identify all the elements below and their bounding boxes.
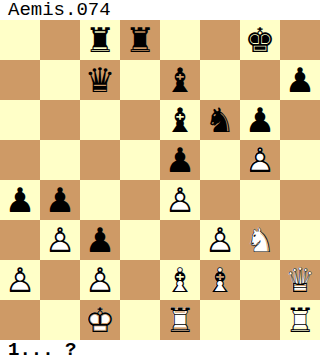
black-pawn: ♟ <box>240 100 280 140</box>
black-queen: ♛ <box>80 60 120 100</box>
square-b3[interactable]: ♟♙ <box>40 220 80 260</box>
white-king: ♚ <box>80 300 120 340</box>
square-h6[interactable] <box>280 100 320 140</box>
black-bishop: ♝ <box>160 100 200 140</box>
puzzle-title: Aemis.074 <box>8 1 111 20</box>
square-f1[interactable] <box>200 300 240 340</box>
black-rook: ♜ <box>120 20 160 60</box>
square-e4[interactable]: ♟♙ <box>160 180 200 220</box>
square-d5[interactable] <box>120 140 160 180</box>
square-h7[interactable]: ♟ <box>280 60 320 100</box>
white-bishop: ♝ <box>200 260 240 300</box>
white-queen: ♕ <box>280 260 320 300</box>
square-c5[interactable] <box>80 140 120 180</box>
square-e1[interactable]: ♜♖ <box>160 300 200 340</box>
square-g8[interactable]: ♚ <box>240 20 280 60</box>
black-rook: ♜ <box>80 20 120 60</box>
black-knight: ♞ <box>200 100 240 140</box>
black-bishop: ♝ <box>160 60 200 100</box>
square-h8[interactable] <box>280 20 320 60</box>
chess-board: ♜♜♚♛♝♟♝♞♟♟♟♙♟♟♟♙♟♙♟♟♙♞♘♟♙♟♙♝♗♝♗♛♕♚♔♜♖♜♖ <box>0 20 320 340</box>
white-knight: ♘ <box>240 220 280 260</box>
square-h3[interactable] <box>280 220 320 260</box>
square-h1[interactable]: ♜♖ <box>280 300 320 340</box>
square-e6[interactable]: ♝ <box>160 100 200 140</box>
square-g2[interactable] <box>240 260 280 300</box>
square-e3[interactable] <box>160 220 200 260</box>
white-pawn: ♙ <box>160 180 200 220</box>
square-e8[interactable] <box>160 20 200 60</box>
square-h4[interactable] <box>280 180 320 220</box>
square-f7[interactable] <box>200 60 240 100</box>
square-e2[interactable]: ♝♗ <box>160 260 200 300</box>
square-e5[interactable]: ♟ <box>160 140 200 180</box>
square-g1[interactable] <box>240 300 280 340</box>
white-pawn: ♙ <box>0 260 40 300</box>
square-b4[interactable]: ♟ <box>40 180 80 220</box>
square-d7[interactable] <box>120 60 160 100</box>
white-pawn: ♟ <box>240 140 280 180</box>
black-pawn: ♟ <box>80 220 120 260</box>
black-pawn: ♟ <box>160 140 200 180</box>
white-rook: ♖ <box>280 300 320 340</box>
white-pawn: ♟ <box>80 260 120 300</box>
move-prompt: 1... ? <box>8 340 76 360</box>
white-pawn: ♟ <box>40 220 80 260</box>
white-bishop: ♗ <box>160 260 200 300</box>
square-a4[interactable]: ♟ <box>0 180 40 220</box>
white-pawn: ♙ <box>80 260 120 300</box>
square-d2[interactable] <box>120 260 160 300</box>
square-c1[interactable]: ♚♔ <box>80 300 120 340</box>
square-a6[interactable] <box>0 100 40 140</box>
white-rook: ♖ <box>160 300 200 340</box>
white-queen: ♛ <box>280 260 320 300</box>
square-d3[interactable] <box>120 220 160 260</box>
square-e7[interactable]: ♝ <box>160 60 200 100</box>
square-a5[interactable] <box>0 140 40 180</box>
square-b1[interactable] <box>40 300 80 340</box>
black-pawn: ♟ <box>280 60 320 100</box>
square-d6[interactable] <box>120 100 160 140</box>
square-d1[interactable] <box>120 300 160 340</box>
square-c7[interactable]: ♛ <box>80 60 120 100</box>
square-a7[interactable] <box>0 60 40 100</box>
white-pawn: ♟ <box>160 180 200 220</box>
square-g7[interactable] <box>240 60 280 100</box>
white-bishop: ♗ <box>200 260 240 300</box>
white-rook: ♜ <box>280 300 320 340</box>
square-d4[interactable] <box>120 180 160 220</box>
square-a3[interactable] <box>0 220 40 260</box>
square-c6[interactable] <box>80 100 120 140</box>
square-h2[interactable]: ♛♕ <box>280 260 320 300</box>
white-king: ♔ <box>80 300 120 340</box>
square-h5[interactable] <box>280 140 320 180</box>
square-f3[interactable]: ♟♙ <box>200 220 240 260</box>
square-b6[interactable] <box>40 100 80 140</box>
square-g6[interactable]: ♟ <box>240 100 280 140</box>
square-c4[interactable] <box>80 180 120 220</box>
square-b7[interactable] <box>40 60 80 100</box>
square-b2[interactable] <box>40 260 80 300</box>
white-knight: ♞ <box>240 220 280 260</box>
square-f5[interactable] <box>200 140 240 180</box>
square-g4[interactable] <box>240 180 280 220</box>
square-b8[interactable] <box>40 20 80 60</box>
square-g3[interactable]: ♞♘ <box>240 220 280 260</box>
white-pawn: ♟ <box>0 260 40 300</box>
square-b5[interactable] <box>40 140 80 180</box>
square-a8[interactable] <box>0 20 40 60</box>
white-pawn: ♙ <box>240 140 280 180</box>
square-f8[interactable] <box>200 20 240 60</box>
white-bishop: ♝ <box>160 260 200 300</box>
square-c8[interactable]: ♜ <box>80 20 120 60</box>
square-f2[interactable]: ♝♗ <box>200 260 240 300</box>
square-c3[interactable]: ♟ <box>80 220 120 260</box>
white-pawn: ♟ <box>200 220 240 260</box>
white-pawn: ♙ <box>40 220 80 260</box>
square-c2[interactable]: ♟♙ <box>80 260 120 300</box>
black-pawn: ♟ <box>40 180 80 220</box>
square-a2[interactable]: ♟♙ <box>0 260 40 300</box>
white-rook: ♜ <box>160 300 200 340</box>
black-pawn: ♟ <box>0 180 40 220</box>
square-a1[interactable] <box>0 300 40 340</box>
square-d8[interactable]: ♜ <box>120 20 160 60</box>
square-f4[interactable] <box>200 180 240 220</box>
white-pawn: ♙ <box>200 220 240 260</box>
square-g5[interactable]: ♟♙ <box>240 140 280 180</box>
black-king: ♚ <box>240 20 280 60</box>
square-f6[interactable]: ♞ <box>200 100 240 140</box>
